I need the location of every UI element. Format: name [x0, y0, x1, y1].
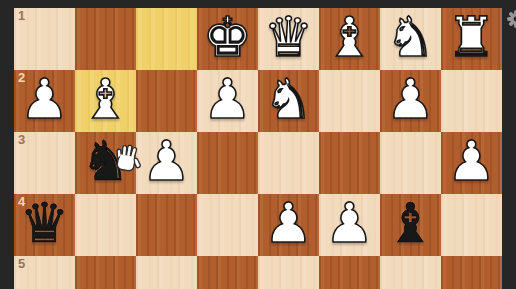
square-d1[interactable]: ♛	[258, 8, 319, 70]
square-h3[interactable]: 3	[14, 132, 75, 194]
square-c4[interactable]: ♟	[319, 194, 380, 256]
white-pawn-piece[interactable]: ♟	[136, 130, 197, 192]
square-d5[interactable]	[258, 256, 319, 289]
square-g4[interactable]	[75, 194, 136, 256]
white-pawn-piece[interactable]: ♟	[197, 68, 258, 130]
square-b2[interactable]: ♟	[380, 70, 441, 132]
square-f1[interactable]	[136, 8, 197, 70]
black-bishop-piece[interactable]: ♝	[380, 192, 441, 254]
square-g3[interactable]: ♞	[75, 132, 136, 194]
chess-board: 1♚♛♝♞♜2♟♝♟♞♟3♞♟♟4♛♟♟♝5	[14, 8, 502, 289]
rank-label-5: 5	[18, 257, 25, 271]
square-f3[interactable]: ♟	[136, 132, 197, 194]
square-h4[interactable]: 4♛	[14, 194, 75, 256]
square-a3[interactable]: ♟	[441, 132, 502, 194]
black-queen-piece[interactable]: ♛	[14, 192, 75, 254]
square-e5[interactable]	[197, 256, 258, 289]
square-b4[interactable]: ♝	[380, 194, 441, 256]
square-e1[interactable]: ♚	[197, 8, 258, 70]
gear-icon[interactable]	[506, 9, 516, 29]
square-h1[interactable]: 1	[14, 8, 75, 70]
rank-label-3: 3	[18, 133, 25, 147]
square-h5[interactable]: 5	[14, 256, 75, 289]
square-c1[interactable]: ♝	[319, 8, 380, 70]
white-pawn-piece[interactable]: ♟	[14, 68, 75, 130]
square-g2[interactable]: ♝	[75, 70, 136, 132]
square-e2[interactable]: ♟	[197, 70, 258, 132]
white-pawn-piece[interactable]: ♟	[441, 130, 502, 192]
white-pawn-piece[interactable]: ♟	[258, 192, 319, 254]
square-b5[interactable]	[380, 256, 441, 289]
square-h2[interactable]: 2♟	[14, 70, 75, 132]
square-g5[interactable]	[75, 256, 136, 289]
square-a5[interactable]	[441, 256, 502, 289]
white-king-piece[interactable]: ♚	[197, 8, 258, 68]
square-e3[interactable]	[197, 132, 258, 194]
square-d4[interactable]: ♟	[258, 194, 319, 256]
app-background: 1♚♛♝♞♜2♟♝♟♞♟3♞♟♟4♛♟♟♝5	[0, 0, 516, 289]
square-c2[interactable]	[319, 70, 380, 132]
white-knight-piece[interactable]: ♞	[258, 68, 319, 130]
square-d3[interactable]	[258, 132, 319, 194]
square-a1[interactable]: ♜	[441, 8, 502, 70]
rank-label-1: 1	[18, 9, 25, 23]
white-knight-piece[interactable]: ♞	[380, 8, 441, 68]
square-c5[interactable]	[319, 256, 380, 289]
white-pawn-piece[interactable]: ♟	[319, 192, 380, 254]
white-pawn-piece[interactable]: ♟	[380, 68, 441, 130]
white-queen-piece[interactable]: ♛	[258, 8, 319, 68]
black-knight-piece[interactable]: ♞	[75, 130, 136, 192]
square-f5[interactable]	[136, 256, 197, 289]
square-f4[interactable]	[136, 194, 197, 256]
square-f2[interactable]	[136, 70, 197, 132]
square-a2[interactable]	[441, 70, 502, 132]
white-rook-piece[interactable]: ♜	[441, 8, 502, 68]
square-a4[interactable]	[441, 194, 502, 256]
square-g1[interactable]	[75, 8, 136, 70]
white-bishop-piece[interactable]: ♝	[319, 8, 380, 68]
white-bishop-piece[interactable]: ♝	[75, 68, 136, 130]
square-d2[interactable]: ♞	[258, 70, 319, 132]
square-c3[interactable]	[319, 132, 380, 194]
square-b1[interactable]: ♞	[380, 8, 441, 70]
square-e4[interactable]	[197, 194, 258, 256]
square-b3[interactable]	[380, 132, 441, 194]
